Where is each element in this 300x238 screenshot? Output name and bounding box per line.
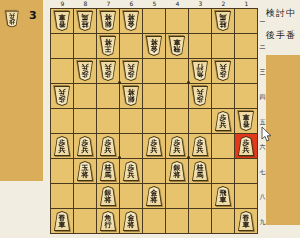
square-65[interactable] xyxy=(120,109,142,133)
square-92[interactable] xyxy=(51,34,73,58)
square-36[interactable]: 歩 兵 xyxy=(189,134,211,158)
square-44[interactable] xyxy=(166,84,188,108)
piece-gote-歩兵[interactable]: 歩 兵 xyxy=(77,61,93,81)
piece-gote-歩兵[interactable]: 歩 兵 xyxy=(192,86,208,106)
piece-sente-銀将[interactable]: 銀 将 xyxy=(100,186,116,206)
piece-sente-歩兵[interactable]: 歩 兵 xyxy=(100,136,116,156)
piece-sente-歩兵[interactable]: 歩 兵 xyxy=(169,136,185,156)
square-79[interactable]: 角 行 xyxy=(97,209,119,233)
piece-sente-歩兵[interactable]: 歩 兵 xyxy=(123,161,139,181)
piece-sente-歩兵[interactable]: 歩 兵 xyxy=(146,136,162,156)
gote-hand-tray: 歩 兵 3 xyxy=(0,0,43,181)
square-47[interactable]: 銀 将 xyxy=(166,159,188,183)
square-27[interactable] xyxy=(212,159,234,183)
rank-labels: 一二三四五六七八九 xyxy=(259,9,266,234)
square-15[interactable]: 香 車 xyxy=(235,109,257,133)
file-label: 9 xyxy=(51,0,74,8)
square-48[interactable] xyxy=(166,184,188,208)
piece-sente-歩兵[interactable]: 歩 兵 xyxy=(54,136,70,156)
square-55[interactable] xyxy=(143,109,165,133)
piece-gote-金将[interactable]: 金 将 xyxy=(146,36,162,56)
square-34[interactable]: 歩 兵 xyxy=(189,84,211,108)
piece-sente-歩兵[interactable]: 歩 兵 xyxy=(238,136,254,156)
star-point xyxy=(187,156,190,159)
piece-sente-金将[interactable]: 金 将 xyxy=(146,186,162,206)
square-39[interactable] xyxy=(189,209,211,233)
piece-gote-桂馬[interactable]: 桂 馬 xyxy=(77,11,93,31)
square-73[interactable]: 歩 兵 xyxy=(97,59,119,83)
square-61[interactable]: 金 将 xyxy=(120,9,142,33)
square-63[interactable]: 歩 兵 xyxy=(120,59,142,83)
square-41[interactable] xyxy=(166,9,188,33)
file-labels: 987654321 xyxy=(51,0,258,8)
turn-indicator-label: 後手番 xyxy=(266,29,296,42)
square-88[interactable] xyxy=(74,184,96,208)
square-14[interactable] xyxy=(235,84,257,108)
rank-label: 七 xyxy=(259,159,266,184)
square-71[interactable]: 銀 将 xyxy=(97,9,119,33)
rank-label: 九 xyxy=(259,209,266,234)
piece-sente-歩兵[interactable]: 歩 兵 xyxy=(192,136,208,156)
piece-sente-玉将[interactable]: 玉 将 xyxy=(77,161,93,181)
star-point xyxy=(118,156,121,159)
square-33[interactable]: 角 行 xyxy=(189,59,211,83)
square-42[interactable]: 飛 車 xyxy=(166,34,188,58)
square-81[interactable]: 桂 馬 xyxy=(74,9,96,33)
file-label: 6 xyxy=(120,0,143,8)
square-45[interactable] xyxy=(166,109,188,133)
square-29[interactable] xyxy=(212,209,234,233)
square-52[interactable]: 金 将 xyxy=(143,34,165,58)
piece-sente-香車[interactable]: 香 車 xyxy=(54,211,70,231)
piece-gote-銀将[interactable]: 銀 将 xyxy=(100,11,116,31)
piece-gote-歩兵[interactable]: 歩 兵 xyxy=(100,61,116,81)
square-85[interactable] xyxy=(74,109,96,133)
file-label: 1 xyxy=(235,0,258,8)
piece-gote-歩兵[interactable]: 歩 兵 xyxy=(5,11,19,28)
square-95[interactable] xyxy=(51,109,73,133)
square-37[interactable]: 桂 馬 xyxy=(189,159,211,183)
square-35[interactable] xyxy=(189,109,211,133)
piece-sente-飛車[interactable]: 飛 車 xyxy=(215,186,231,206)
piece-sente-歩兵[interactable]: 歩 兵 xyxy=(215,111,231,131)
file-label: 7 xyxy=(97,0,120,8)
square-69[interactable]: 金 将 xyxy=(120,209,142,233)
piece-gote-歩兵[interactable]: 歩 兵 xyxy=(123,61,139,81)
square-22[interactable] xyxy=(212,34,234,58)
piece-gote-金将[interactable]: 金 将 xyxy=(123,11,139,31)
square-74[interactable] xyxy=(97,84,119,108)
square-59[interactable] xyxy=(143,209,165,233)
square-26[interactable] xyxy=(212,134,234,158)
file-label: 3 xyxy=(189,0,212,8)
square-19[interactable]: 香 車 xyxy=(235,209,257,233)
piece-sente-香車[interactable]: 香 車 xyxy=(238,211,254,231)
rank-label: 三 xyxy=(259,59,266,84)
square-76[interactable]: 歩 兵 xyxy=(97,134,119,158)
square-54[interactable] xyxy=(143,84,165,108)
analysis-status-label: 検討中 xyxy=(266,7,296,20)
piece-gote-香車[interactable]: 香 車 xyxy=(54,11,70,31)
star-point xyxy=(118,81,121,84)
piece-gote-王将[interactable]: 王 将 xyxy=(100,36,116,56)
square-77[interactable]: 桂 馬 xyxy=(97,159,119,183)
piece-gote-角行[interactable]: 角 行 xyxy=(192,61,208,81)
square-96[interactable]: 歩 兵 xyxy=(51,134,73,158)
square-94[interactable]: 歩 兵 xyxy=(51,84,73,108)
gote-hand-piece-slot: 歩 兵 xyxy=(4,9,20,29)
square-12[interactable] xyxy=(235,34,257,58)
square-82[interactable] xyxy=(74,34,96,58)
piece-gote-歩兵[interactable]: 歩 兵 xyxy=(215,61,231,81)
square-58[interactable]: 金 将 xyxy=(143,184,165,208)
square-99[interactable]: 香 車 xyxy=(51,209,73,233)
square-93[interactable] xyxy=(51,59,73,83)
square-28[interactable]: 飛 車 xyxy=(212,184,234,208)
piece-sente-桂馬[interactable]: 桂 馬 xyxy=(192,161,208,181)
square-78[interactable]: 銀 将 xyxy=(97,184,119,208)
square-17[interactable] xyxy=(235,159,257,183)
piece-gote-歩兵[interactable]: 歩 兵 xyxy=(54,86,70,106)
square-57[interactable] xyxy=(143,159,165,183)
square-98[interactable] xyxy=(51,184,73,208)
star-point xyxy=(187,81,190,84)
square-31[interactable] xyxy=(189,9,211,33)
square-66[interactable] xyxy=(120,134,142,158)
rank-label: 四 xyxy=(259,84,266,109)
board-grid: 香 車桂 馬銀 将金 将桂 馬王 将金 将飛 車歩 兵歩 兵歩 兵角 行歩 兵歩… xyxy=(50,8,258,234)
square-38[interactable] xyxy=(189,184,211,208)
square-91[interactable]: 香 車 xyxy=(51,9,73,33)
square-67[interactable]: 歩 兵 xyxy=(120,159,142,183)
square-23[interactable]: 歩 兵 xyxy=(212,59,234,83)
square-16[interactable]: 歩 兵 xyxy=(235,134,257,158)
square-49[interactable] xyxy=(166,209,188,233)
piece-sente-歩兵[interactable]: 歩 兵 xyxy=(77,136,93,156)
piece-sente-銀将[interactable]: 銀 将 xyxy=(169,161,185,181)
square-84[interactable] xyxy=(74,84,96,108)
square-25[interactable]: 歩 兵 xyxy=(212,109,234,133)
square-62[interactable] xyxy=(120,34,142,58)
square-13[interactable] xyxy=(235,59,257,83)
square-11[interactable] xyxy=(235,9,257,33)
rank-label: 八 xyxy=(259,184,266,209)
square-68[interactable] xyxy=(120,184,142,208)
square-89[interactable] xyxy=(74,209,96,233)
piece-gote-香車[interactable]: 香 車 xyxy=(238,111,254,131)
piece-sente-桂馬[interactable]: 桂 馬 xyxy=(100,161,116,181)
piece-gote-飛車[interactable]: 飛 車 xyxy=(169,36,185,56)
square-72[interactable]: 王 将 xyxy=(97,34,119,58)
file-label: 2 xyxy=(212,0,235,8)
square-21[interactable]: 桂 馬 xyxy=(212,9,234,33)
rank-label: 一 xyxy=(259,9,266,34)
file-label: 4 xyxy=(166,0,189,8)
gote-hand-pawn-count: 3 xyxy=(29,9,37,22)
square-32[interactable] xyxy=(189,34,211,58)
square-75[interactable] xyxy=(97,109,119,133)
square-64[interactable]: 銀 将 xyxy=(120,84,142,108)
square-24[interactable] xyxy=(212,84,234,108)
file-label: 8 xyxy=(74,0,97,8)
square-87[interactable]: 玉 将 xyxy=(74,159,96,183)
piece-sente-角行[interactable]: 角 行 xyxy=(100,211,116,231)
square-51[interactable] xyxy=(143,9,165,33)
square-18[interactable] xyxy=(235,184,257,208)
piece-gote-銀将[interactable]: 銀 将 xyxy=(123,86,139,106)
square-86[interactable]: 歩 兵 xyxy=(74,134,96,158)
piece-sente-金将[interactable]: 金 将 xyxy=(123,211,139,231)
square-43[interactable] xyxy=(166,59,188,83)
file-label: 5 xyxy=(143,0,166,8)
square-53[interactable] xyxy=(143,59,165,83)
square-46[interactable]: 歩 兵 xyxy=(166,134,188,158)
piece-gote-桂馬[interactable]: 桂 馬 xyxy=(215,11,231,31)
square-56[interactable]: 歩 兵 xyxy=(143,134,165,158)
rank-label: 二 xyxy=(259,34,266,59)
mouse-cursor-icon xyxy=(261,127,273,147)
square-97[interactable] xyxy=(51,159,73,183)
square-83[interactable]: 歩 兵 xyxy=(74,59,96,83)
